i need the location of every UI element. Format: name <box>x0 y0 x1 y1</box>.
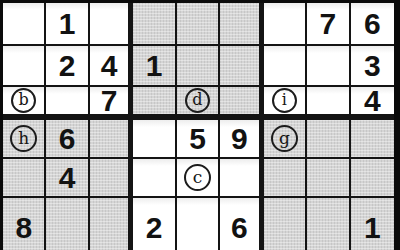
cell-r1c8[interactable]: 7 <box>307 3 350 46</box>
cell-r4c9[interactable] <box>351 120 394 159</box>
sudoku-scan: 1762413b7di4h659g4c8261 <box>0 0 400 250</box>
cell-r3c3[interactable]: 7 <box>90 87 133 120</box>
cell-r3c7[interactable]: i <box>264 87 307 120</box>
given-digit: 4 <box>59 163 76 193</box>
cell-r5c9[interactable] <box>351 159 394 198</box>
cell-r2c1[interactable] <box>3 46 46 87</box>
given-digit: 7 <box>319 9 336 39</box>
given-digit: 7 <box>101 87 118 116</box>
cell-r1c6[interactable] <box>220 3 263 46</box>
given-digit: 2 <box>59 51 76 81</box>
cell-r5c8[interactable] <box>307 159 350 198</box>
given-digit: 4 <box>364 87 381 116</box>
cell-r1c3[interactable] <box>90 3 133 46</box>
cell-r4c8[interactable] <box>307 120 350 159</box>
given-digit: 1 <box>146 51 163 81</box>
circled-letter-h: h <box>10 125 37 152</box>
cell-r2c5[interactable] <box>177 46 220 87</box>
cell-r2c4[interactable]: 1 <box>133 46 176 87</box>
cell-r5c1[interactable] <box>3 159 46 198</box>
cell-r4c7[interactable]: g <box>264 120 307 159</box>
cell-r6c6[interactable]: 6 <box>220 198 263 250</box>
given-digit: 6 <box>59 124 76 154</box>
cell-r1c5[interactable] <box>177 3 220 46</box>
given-digit: 4 <box>101 51 118 81</box>
cell-r2c2[interactable]: 2 <box>46 46 89 87</box>
given-digit: 1 <box>59 9 76 39</box>
cell-r5c3[interactable] <box>90 159 133 198</box>
cell-r4c2[interactable]: 6 <box>46 120 89 159</box>
given-digit: 1 <box>364 213 381 243</box>
cell-r2c3[interactable]: 4 <box>90 46 133 87</box>
cell-r2c7[interactable] <box>264 46 307 87</box>
cell-r3c9[interactable]: 4 <box>351 87 394 120</box>
given-digit: 6 <box>231 213 248 243</box>
cell-r4c4[interactable] <box>133 120 176 159</box>
cell-r4c6[interactable]: 9 <box>220 120 263 159</box>
cell-r1c4[interactable] <box>133 3 176 46</box>
circled-letter-b: b <box>11 88 36 113</box>
cell-r1c7[interactable] <box>264 3 307 46</box>
cell-r6c7[interactable] <box>264 198 307 250</box>
cell-r3c1[interactable]: b <box>3 87 46 120</box>
cell-r3c6[interactable] <box>220 87 263 120</box>
cell-r5c6[interactable] <box>220 159 263 198</box>
cell-r5c5[interactable]: c <box>177 159 220 198</box>
cell-r3c8[interactable] <box>307 87 350 120</box>
cell-r6c3[interactable] <box>90 198 133 250</box>
cell-r6c8[interactable] <box>307 198 350 250</box>
circled-letter-i: i <box>272 88 297 113</box>
given-digit: 6 <box>364 9 381 39</box>
cell-r1c1[interactable] <box>3 3 46 46</box>
circled-letter-g: g <box>271 125 298 152</box>
cell-r5c7[interactable] <box>264 159 307 198</box>
cell-r6c9[interactable]: 1 <box>351 198 394 250</box>
cell-r2c8[interactable] <box>307 46 350 87</box>
cell-r6c4[interactable]: 2 <box>133 198 176 250</box>
cell-r1c2[interactable]: 1 <box>46 3 89 46</box>
cell-r1c9[interactable]: 6 <box>351 3 394 46</box>
cell-r3c5[interactable]: d <box>177 87 220 120</box>
sudoku-grid: 1762413b7di4h659g4c8261 <box>3 3 394 250</box>
cell-r6c5[interactable] <box>177 198 220 250</box>
cell-r4c5[interactable]: 5 <box>177 120 220 159</box>
given-digit: 9 <box>231 124 248 154</box>
cell-r5c4[interactable] <box>133 159 176 198</box>
cell-r4c3[interactable] <box>90 120 133 159</box>
cell-r6c1[interactable]: 8 <box>3 198 46 250</box>
cell-r2c6[interactable] <box>220 46 263 87</box>
cell-r5c2[interactable]: 4 <box>46 159 89 198</box>
given-digit: 2 <box>146 213 163 243</box>
cell-r3c2[interactable] <box>46 87 89 120</box>
cell-r6c2[interactable] <box>46 198 89 250</box>
given-digit: 3 <box>364 51 381 81</box>
cell-r3c4[interactable] <box>133 87 176 120</box>
cell-r2c9[interactable]: 3 <box>351 46 394 87</box>
circled-letter-d: d <box>185 88 210 113</box>
given-digit: 8 <box>15 213 32 243</box>
given-digit: 5 <box>189 124 206 154</box>
sudoku-board: 1762413b7di4h659g4c8261 <box>0 0 400 250</box>
circled-letter-c: c <box>184 164 211 191</box>
cell-r4c1[interactable]: h <box>3 120 46 159</box>
